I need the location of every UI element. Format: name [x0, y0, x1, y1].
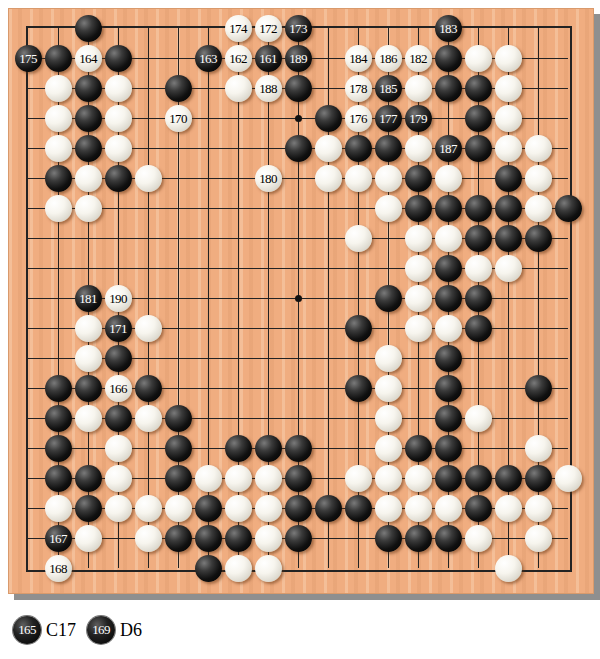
stone-Q17 — [465, 75, 492, 102]
stone-P15: 187 — [435, 135, 462, 162]
move-number-label: 178 — [345, 75, 372, 102]
stone-C7 — [75, 375, 102, 402]
stone-J5 — [255, 435, 282, 462]
stone-C2 — [75, 525, 102, 552]
stone-N10 — [375, 285, 402, 312]
stone-K19: 173 — [285, 15, 312, 42]
stone-P2 — [435, 525, 462, 552]
stone-C13 — [75, 195, 102, 222]
stone-S15 — [525, 135, 552, 162]
stone-B17 — [45, 75, 72, 102]
move-number-label: 173 — [285, 15, 312, 42]
stone-Q11 — [465, 255, 492, 282]
stone-C9 — [75, 315, 102, 342]
move-number-label: 179 — [405, 105, 432, 132]
move-number-label: 170 — [165, 105, 192, 132]
stone-B2: 167 — [45, 525, 72, 552]
stone-P3 — [435, 495, 462, 522]
stone-C16 — [75, 105, 102, 132]
stone-Q10 — [465, 285, 492, 312]
stone-D8 — [105, 345, 132, 372]
stone-D5 — [105, 435, 132, 462]
stone-M9 — [345, 315, 372, 342]
stone-J19: 172 — [255, 15, 282, 42]
stone-B1: 168 — [45, 555, 72, 582]
stone-N8 — [375, 345, 402, 372]
stone-C6 — [75, 405, 102, 432]
stone-P17 — [435, 75, 462, 102]
stone-K5 — [285, 435, 312, 462]
stone-D6 — [105, 405, 132, 432]
move-number-label: 175 — [15, 45, 42, 72]
move-number-label: 182 — [405, 45, 432, 72]
stone-H18: 162 — [225, 45, 252, 72]
stone-G2 — [195, 525, 222, 552]
stone-Q12 — [465, 225, 492, 252]
caption-move-number: 169 — [87, 616, 115, 644]
stone-K3 — [285, 495, 312, 522]
stone-R11 — [495, 255, 522, 282]
caption-stone-black-169: 169 — [87, 616, 115, 644]
stone-D10: 190 — [105, 285, 132, 312]
stone-O9 — [405, 315, 432, 342]
stone-O3 — [405, 495, 432, 522]
stone-P5 — [435, 435, 462, 462]
stone-P6 — [435, 405, 462, 432]
stone-M7 — [345, 375, 372, 402]
stone-F3 — [165, 495, 192, 522]
stone-A18: 175 — [15, 45, 42, 72]
stone-B6 — [45, 405, 72, 432]
stone-M4 — [345, 465, 372, 492]
stone-L16 — [315, 105, 342, 132]
stone-P8 — [435, 345, 462, 372]
stone-O18: 182 — [405, 45, 432, 72]
stone-S12 — [525, 225, 552, 252]
stone-K18: 189 — [285, 45, 312, 72]
stone-M18: 184 — [345, 45, 372, 72]
move-number-label: 177 — [375, 105, 402, 132]
go-diagram: 1741721731831751641631621611891841861821… — [0, 0, 600, 659]
stone-C8 — [75, 345, 102, 372]
move-number-label: 163 — [195, 45, 222, 72]
stone-O4 — [405, 465, 432, 492]
stone-J14: 180 — [255, 165, 282, 192]
stone-H19: 174 — [225, 15, 252, 42]
stone-S2 — [525, 525, 552, 552]
stone-R16 — [495, 105, 522, 132]
stone-N14 — [375, 165, 402, 192]
stone-M17: 178 — [345, 75, 372, 102]
stone-P19: 183 — [435, 15, 462, 42]
stone-J1 — [255, 555, 282, 582]
stone-N7 — [375, 375, 402, 402]
stone-D3 — [105, 495, 132, 522]
stone-N15 — [375, 135, 402, 162]
stone-F17 — [165, 75, 192, 102]
stone-J17: 188 — [255, 75, 282, 102]
stone-P18 — [435, 45, 462, 72]
stone-F5 — [165, 435, 192, 462]
stone-P13 — [435, 195, 462, 222]
stone-E3 — [135, 495, 162, 522]
move-number-label: 181 — [75, 285, 102, 312]
stone-S4 — [525, 465, 552, 492]
stone-L3 — [315, 495, 342, 522]
stone-B5 — [45, 435, 72, 462]
stone-L15 — [315, 135, 342, 162]
stone-L14 — [315, 165, 342, 192]
stone-N18: 186 — [375, 45, 402, 72]
caption-stone-black-165: 165 — [13, 616, 41, 644]
stone-O11 — [405, 255, 432, 282]
stone-R4 — [495, 465, 522, 492]
stone-F6 — [165, 405, 192, 432]
move-number-label: 168 — [45, 555, 72, 582]
stone-K4 — [285, 465, 312, 492]
stone-O12 — [405, 225, 432, 252]
stone-B13 — [45, 195, 72, 222]
stone-C15 — [75, 135, 102, 162]
stone-D9: 171 — [105, 315, 132, 342]
stone-M14 — [345, 165, 372, 192]
move-number-label: 174 — [225, 15, 252, 42]
stone-H3 — [225, 495, 252, 522]
stone-S14 — [525, 165, 552, 192]
stone-O2 — [405, 525, 432, 552]
stone-R3 — [495, 495, 522, 522]
stone-C14 — [75, 165, 102, 192]
stone-Q4 — [465, 465, 492, 492]
stone-D14 — [105, 165, 132, 192]
stone-S7 — [525, 375, 552, 402]
stone-O13 — [405, 195, 432, 222]
stone-N3 — [375, 495, 402, 522]
move-number-label: 166 — [105, 375, 132, 402]
stone-G18: 163 — [195, 45, 222, 72]
move-number-label: 176 — [345, 105, 372, 132]
stone-N17: 185 — [375, 75, 402, 102]
stone-B4 — [45, 465, 72, 492]
go-board[interactable]: 1741721731831751641631621611891841861821… — [8, 8, 594, 594]
stone-P4 — [435, 465, 462, 492]
stone-E14 — [135, 165, 162, 192]
stone-K2 — [285, 525, 312, 552]
move-number-label: 188 — [255, 75, 282, 102]
stone-P10 — [435, 285, 462, 312]
stone-D16 — [105, 105, 132, 132]
stone-N2 — [375, 525, 402, 552]
stone-B14 — [45, 165, 72, 192]
stone-B7 — [45, 375, 72, 402]
move-number-label: 189 — [285, 45, 312, 72]
stone-N4 — [375, 465, 402, 492]
stone-O17 — [405, 75, 432, 102]
stone-M16: 176 — [345, 105, 372, 132]
stone-T13 — [555, 195, 582, 222]
move-number-label: 172 — [255, 15, 282, 42]
stone-F4 — [165, 465, 192, 492]
stone-H4 — [225, 465, 252, 492]
stone-R15 — [495, 135, 522, 162]
stone-E9 — [135, 315, 162, 342]
stone-Q9 — [465, 315, 492, 342]
stone-F2 — [165, 525, 192, 552]
stone-N5 — [375, 435, 402, 462]
stone-J18: 161 — [255, 45, 282, 72]
move-number-label: 167 — [45, 525, 72, 552]
stone-O14 — [405, 165, 432, 192]
stone-S3 — [525, 495, 552, 522]
stone-D4 — [105, 465, 132, 492]
stone-M3 — [345, 495, 372, 522]
move-number-label: 162 — [225, 45, 252, 72]
stone-C3 — [75, 495, 102, 522]
stone-Q16 — [465, 105, 492, 132]
stone-H1 — [225, 555, 252, 582]
stone-B16 — [45, 105, 72, 132]
stone-E7 — [135, 375, 162, 402]
stone-P14 — [435, 165, 462, 192]
stone-K15 — [285, 135, 312, 162]
stone-H5 — [225, 435, 252, 462]
caption-move-number: 165 — [13, 616, 41, 644]
stone-R17 — [495, 75, 522, 102]
move-number-label: 185 — [375, 75, 402, 102]
stone-B18 — [45, 45, 72, 72]
stone-Q2 — [465, 525, 492, 552]
stone-G1 — [195, 555, 222, 582]
move-number-label: 171 — [105, 315, 132, 342]
stone-Q13 — [465, 195, 492, 222]
stone-K17 — [285, 75, 312, 102]
stone-J3 — [255, 495, 282, 522]
stone-N16: 177 — [375, 105, 402, 132]
stone-C17 — [75, 75, 102, 102]
stone-N13 — [375, 195, 402, 222]
stone-M15 — [345, 135, 372, 162]
move-number-label: 187 — [435, 135, 462, 162]
stone-O5 — [405, 435, 432, 462]
stone-F16: 170 — [165, 105, 192, 132]
move-number-label: 164 — [75, 45, 102, 72]
stone-N6 — [375, 405, 402, 432]
move-number-label: 161 — [255, 45, 282, 72]
stone-Q18 — [465, 45, 492, 72]
stone-B3 — [45, 495, 72, 522]
stone-S13 — [525, 195, 552, 222]
move-number-label: 184 — [345, 45, 372, 72]
stone-J4 — [255, 465, 282, 492]
stone-P11 — [435, 255, 462, 282]
stone-R12 — [495, 225, 522, 252]
stone-E6 — [135, 405, 162, 432]
stone-R18 — [495, 45, 522, 72]
stone-H2 — [225, 525, 252, 552]
stone-O15 — [405, 135, 432, 162]
stone-P9 — [435, 315, 462, 342]
stone-M12 — [345, 225, 372, 252]
stone-S5 — [525, 435, 552, 462]
stone-Q6 — [465, 405, 492, 432]
stone-H17 — [225, 75, 252, 102]
stone-G3 — [195, 495, 222, 522]
stone-R1 — [495, 555, 522, 582]
star-point — [295, 295, 302, 302]
caption-coordinate: C17 — [46, 620, 76, 641]
stone-C4 — [75, 465, 102, 492]
stone-G4 — [195, 465, 222, 492]
stone-C10: 181 — [75, 285, 102, 312]
stone-Q15 — [465, 135, 492, 162]
move-number-label: 186 — [375, 45, 402, 72]
stone-P12 — [435, 225, 462, 252]
stone-D17 — [105, 75, 132, 102]
stone-D18 — [105, 45, 132, 72]
move-number-label: 183 — [435, 15, 462, 42]
stone-O16: 179 — [405, 105, 432, 132]
stone-P7 — [435, 375, 462, 402]
stone-Q3 — [465, 495, 492, 522]
move-number-label: 180 — [255, 165, 282, 192]
stone-C18: 164 — [75, 45, 102, 72]
move-number-label: 190 — [105, 285, 132, 312]
stone-C19 — [75, 15, 102, 42]
stone-E2 — [135, 525, 162, 552]
stone-D7: 166 — [105, 375, 132, 402]
stone-D15 — [105, 135, 132, 162]
stone-R13 — [495, 195, 522, 222]
stone-T4 — [555, 465, 582, 492]
stone-R14 — [495, 165, 522, 192]
stone-O10 — [405, 285, 432, 312]
stone-J2 — [255, 525, 282, 552]
caption: 165 C17 169 D6 — [13, 616, 153, 644]
star-point — [295, 115, 302, 122]
stone-B15 — [45, 135, 72, 162]
caption-coordinate: D6 — [120, 620, 142, 641]
